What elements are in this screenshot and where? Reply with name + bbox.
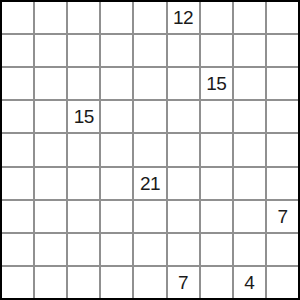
cell-r5c3[interactable]: [68, 134, 99, 165]
cell-r3c3[interactable]: [68, 68, 99, 99]
cell-r7c5[interactable]: [134, 201, 165, 232]
cell-r9c2[interactable]: [35, 267, 66, 298]
cell-r9c8[interactable]: 4: [234, 267, 265, 298]
cell-r3c1[interactable]: [2, 68, 33, 99]
puzzle-stage: 12151521774: [0, 0, 300, 300]
cell-r2c4[interactable]: [101, 35, 132, 66]
cell-r9c6[interactable]: 7: [168, 267, 199, 298]
cell-r1c3[interactable]: [68, 2, 99, 33]
cell-r3c4[interactable]: [101, 68, 132, 99]
cell-r9c5[interactable]: [134, 267, 165, 298]
cell-r4c7[interactable]: [201, 101, 232, 132]
clue-number: 15: [206, 74, 226, 93]
cell-r6c6[interactable]: [168, 168, 199, 199]
clue-number: 4: [244, 273, 254, 292]
cell-r8c2[interactable]: [35, 234, 66, 265]
cell-r8c3[interactable]: [68, 234, 99, 265]
cell-r6c1[interactable]: [2, 168, 33, 199]
cell-r8c5[interactable]: [134, 234, 165, 265]
cell-r4c3[interactable]: 15: [68, 101, 99, 132]
cell-r8c1[interactable]: [2, 234, 33, 265]
cell-r5c2[interactable]: [35, 134, 66, 165]
cell-r4c6[interactable]: [168, 101, 199, 132]
shikaku-board: 12151521774: [0, 0, 300, 300]
cell-r9c1[interactable]: [2, 267, 33, 298]
cell-r9c4[interactable]: [101, 267, 132, 298]
cell-r4c9[interactable]: [267, 101, 298, 132]
cell-r3c6[interactable]: [168, 68, 199, 99]
clue-number: 12: [173, 8, 193, 27]
cell-r5c9[interactable]: [267, 134, 298, 165]
cell-r5c6[interactable]: [168, 134, 199, 165]
cell-r2c9[interactable]: [267, 35, 298, 66]
cell-r2c5[interactable]: [134, 35, 165, 66]
cell-r4c8[interactable]: [234, 101, 265, 132]
cell-r1c1[interactable]: [2, 2, 33, 33]
cell-r1c5[interactable]: [134, 2, 165, 33]
cell-r4c5[interactable]: [134, 101, 165, 132]
cell-r8c6[interactable]: [168, 234, 199, 265]
cell-r9c9[interactable]: [267, 267, 298, 298]
cell-r4c2[interactable]: [35, 101, 66, 132]
clue-number: 15: [74, 107, 94, 126]
cell-r6c8[interactable]: [234, 168, 265, 199]
cell-r7c7[interactable]: [201, 201, 232, 232]
cell-r2c3[interactable]: [68, 35, 99, 66]
cell-r5c1[interactable]: [2, 134, 33, 165]
cell-r5c8[interactable]: [234, 134, 265, 165]
cell-r2c2[interactable]: [35, 35, 66, 66]
cell-r2c7[interactable]: [201, 35, 232, 66]
cell-r5c5[interactable]: [134, 134, 165, 165]
cell-r1c6[interactable]: 12: [168, 2, 199, 33]
cell-r8c4[interactable]: [101, 234, 132, 265]
cell-r1c9[interactable]: [267, 2, 298, 33]
cell-r7c1[interactable]: [2, 201, 33, 232]
cell-r1c8[interactable]: [234, 2, 265, 33]
clue-number: 21: [140, 174, 160, 193]
cell-r6c7[interactable]: [201, 168, 232, 199]
cell-r5c7[interactable]: [201, 134, 232, 165]
cell-r1c4[interactable]: [101, 2, 132, 33]
cell-r4c1[interactable]: [2, 101, 33, 132]
cell-r3c7[interactable]: 15: [201, 68, 232, 99]
cell-r9c7[interactable]: [201, 267, 232, 298]
cell-r8c7[interactable]: [201, 234, 232, 265]
cell-r7c6[interactable]: [168, 201, 199, 232]
cell-r6c9[interactable]: [267, 168, 298, 199]
cell-r2c6[interactable]: [168, 35, 199, 66]
cell-r3c8[interactable]: [234, 68, 265, 99]
cell-r7c4[interactable]: [101, 201, 132, 232]
cell-r4c4[interactable]: [101, 101, 132, 132]
cell-r6c5[interactable]: 21: [134, 168, 165, 199]
cell-r3c5[interactable]: [134, 68, 165, 99]
cell-r2c1[interactable]: [2, 35, 33, 66]
cell-r7c9[interactable]: 7: [267, 201, 298, 232]
cell-r8c9[interactable]: [267, 234, 298, 265]
cell-r5c4[interactable]: [101, 134, 132, 165]
cell-r2c8[interactable]: [234, 35, 265, 66]
cell-r8c8[interactable]: [234, 234, 265, 265]
cell-r1c2[interactable]: [35, 2, 66, 33]
cell-r1c7[interactable]: [201, 2, 232, 33]
cell-r7c8[interactable]: [234, 201, 265, 232]
cell-r3c9[interactable]: [267, 68, 298, 99]
cell-r9c3[interactable]: [68, 267, 99, 298]
cell-r6c4[interactable]: [101, 168, 132, 199]
cell-r6c3[interactable]: [68, 168, 99, 199]
cell-r7c2[interactable]: [35, 201, 66, 232]
clue-number: 7: [178, 273, 188, 292]
cell-r7c3[interactable]: [68, 201, 99, 232]
clue-number: 7: [277, 207, 287, 226]
cell-r3c2[interactable]: [35, 68, 66, 99]
cell-r6c2[interactable]: [35, 168, 66, 199]
